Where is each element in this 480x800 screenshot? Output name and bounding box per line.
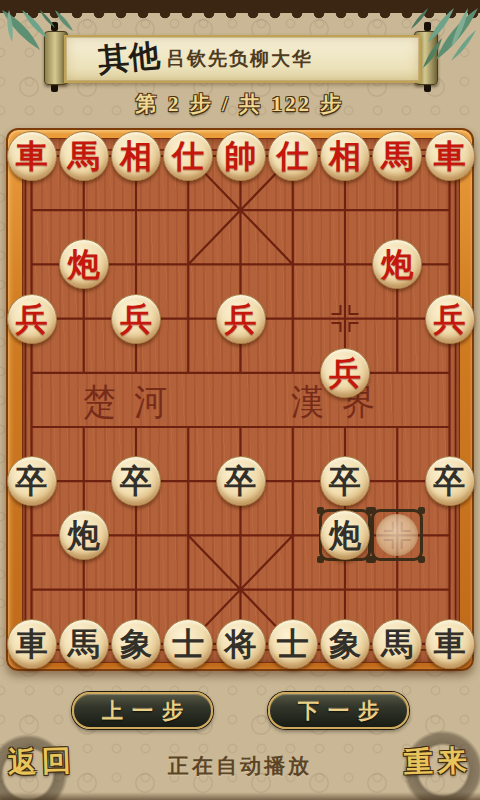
piece-red-elephant: 相	[111, 131, 161, 181]
piece-black-soldier: 卒	[216, 456, 266, 506]
piece-red-chariot: 車	[7, 131, 57, 181]
piece-red-horse: 馬	[59, 131, 109, 181]
bamboo-leaves-right-icon	[350, 8, 480, 90]
piece-red-general: 帥	[216, 131, 266, 181]
river-label-left: 楚河	[83, 375, 185, 429]
piece-black-soldier: 卒	[7, 456, 57, 506]
previous-step-button[interactable]: 上一步	[72, 692, 213, 729]
piece-red-horse: 馬	[372, 131, 422, 181]
piece-red-soldier: 兵	[111, 294, 161, 344]
next-step-button[interactable]: 下一步	[268, 692, 409, 729]
piece-black-soldier: 卒	[425, 456, 475, 506]
piece-red-advisor: 仕	[268, 131, 318, 181]
piece-black-advisor: 士	[268, 619, 318, 669]
piece-red-soldier: 兵	[216, 294, 266, 344]
board-field: 楚河 漢界 車馬相仕帥仕相馬車炮炮兵兵兵兵兵卒卒卒卒卒炮炮車馬象士将士象馬車	[22, 138, 460, 663]
piece-black-advisor: 士	[163, 619, 213, 669]
piece-red-chariot: 車	[425, 131, 475, 181]
piece-black-chariot: 車	[7, 619, 57, 669]
piece-red-soldier: 兵	[320, 348, 370, 398]
piece-black-general: 将	[216, 619, 266, 669]
bamboo-leaves-left-icon	[0, 10, 140, 80]
piece-black-soldier: 卒	[111, 456, 161, 506]
piece-red-cannon: 炮	[59, 239, 109, 289]
piece-black-chariot: 車	[425, 619, 475, 669]
piece-red-soldier: 兵	[425, 294, 475, 344]
piece-red-soldier: 兵	[7, 294, 57, 344]
xiangqi-board: 楚河 漢界 車馬相仕帥仕相馬車炮炮兵兵兵兵兵卒卒卒卒卒炮炮車馬象士将士象馬車	[6, 128, 474, 671]
piece-black-cannon: 炮	[59, 510, 109, 560]
autoplay-status-text: 正在自动播放	[0, 752, 480, 780]
step-counter: 第 2 步 / 共 122 步	[0, 90, 480, 118]
piece-red-elephant: 相	[320, 131, 370, 181]
piece-red-advisor: 仕	[163, 131, 213, 181]
piece-black-horse: 馬	[372, 619, 422, 669]
piece-black-elephant: 象	[111, 619, 161, 669]
bottom-edge-shadow	[0, 792, 480, 800]
piece-black-horse: 馬	[59, 619, 109, 669]
piece-black-elephant: 象	[320, 619, 370, 669]
piece-black-soldier: 卒	[320, 456, 370, 506]
match-title: 吕钦先负柳大华	[166, 46, 313, 72]
